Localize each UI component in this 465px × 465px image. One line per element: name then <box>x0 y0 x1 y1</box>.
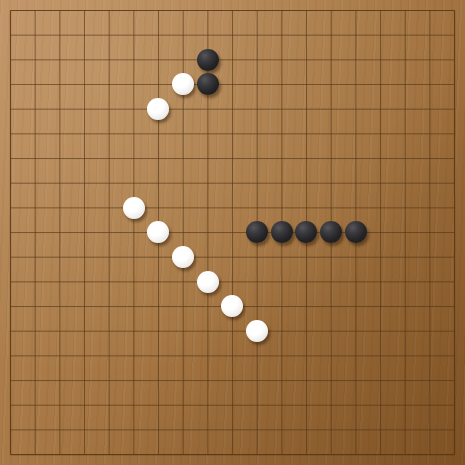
intersection[interactable] <box>171 294 196 319</box>
intersection[interactable] <box>294 0 319 23</box>
intersection[interactable] <box>417 146 442 171</box>
intersection[interactable] <box>220 417 245 442</box>
intersection[interactable] <box>417 343 442 368</box>
intersection[interactable] <box>417 97 442 122</box>
intersection[interactable] <box>294 269 319 294</box>
intersection[interactable] <box>220 195 245 220</box>
intersection[interactable] <box>368 417 393 442</box>
intersection[interactable] <box>23 319 48 344</box>
intersection[interactable] <box>121 220 146 245</box>
intersection[interactable] <box>146 220 171 245</box>
intersection[interactable] <box>0 0 23 23</box>
intersection[interactable] <box>417 171 442 196</box>
intersection[interactable] <box>343 23 368 48</box>
intersection[interactable] <box>442 442 465 465</box>
intersection[interactable] <box>0 368 23 393</box>
intersection[interactable] <box>171 319 196 344</box>
intersection[interactable] <box>121 195 146 220</box>
intersection[interactable] <box>47 195 72 220</box>
intersection[interactable] <box>121 171 146 196</box>
intersection[interactable] <box>23 393 48 418</box>
intersection[interactable] <box>0 245 23 270</box>
intersection[interactable] <box>146 343 171 368</box>
intersection[interactable] <box>195 146 220 171</box>
intersection[interactable] <box>319 269 344 294</box>
intersection[interactable] <box>47 393 72 418</box>
intersection[interactable] <box>442 319 465 344</box>
intersection[interactable] <box>269 47 294 72</box>
intersection[interactable] <box>72 23 97 48</box>
intersection[interactable] <box>195 97 220 122</box>
intersection[interactable] <box>343 269 368 294</box>
intersection[interactable] <box>121 23 146 48</box>
intersection[interactable] <box>393 97 418 122</box>
intersection[interactable] <box>195 417 220 442</box>
intersection[interactable] <box>171 220 196 245</box>
intersection[interactable] <box>442 393 465 418</box>
intersection[interactable] <box>368 72 393 97</box>
intersection[interactable] <box>0 195 23 220</box>
intersection[interactable] <box>294 72 319 97</box>
intersection[interactable] <box>417 319 442 344</box>
intersection[interactable] <box>269 417 294 442</box>
intersection[interactable] <box>0 72 23 97</box>
intersection[interactable] <box>146 0 171 23</box>
intersection[interactable] <box>97 319 122 344</box>
intersection[interactable] <box>294 417 319 442</box>
intersection[interactable] <box>121 442 146 465</box>
intersection[interactable] <box>269 245 294 270</box>
intersection[interactable] <box>171 0 196 23</box>
intersection[interactable] <box>417 417 442 442</box>
intersection[interactable] <box>121 417 146 442</box>
intersection[interactable] <box>220 269 245 294</box>
intersection[interactable] <box>319 245 344 270</box>
intersection[interactable] <box>393 269 418 294</box>
intersection[interactable] <box>171 171 196 196</box>
intersection[interactable] <box>220 47 245 72</box>
intersection[interactable] <box>442 72 465 97</box>
intersection[interactable] <box>97 195 122 220</box>
intersection[interactable] <box>269 72 294 97</box>
intersection[interactable] <box>343 195 368 220</box>
intersection[interactable] <box>368 97 393 122</box>
intersection[interactable] <box>23 417 48 442</box>
intersection[interactable] <box>47 220 72 245</box>
intersection[interactable] <box>393 442 418 465</box>
intersection[interactable] <box>442 269 465 294</box>
intersection[interactable] <box>245 269 270 294</box>
intersection[interactable] <box>146 319 171 344</box>
intersection[interactable] <box>220 442 245 465</box>
intersection[interactable] <box>294 294 319 319</box>
intersection[interactable] <box>343 97 368 122</box>
intersection[interactable] <box>319 319 344 344</box>
intersection[interactable] <box>97 368 122 393</box>
intersection[interactable] <box>47 442 72 465</box>
intersection[interactable] <box>72 121 97 146</box>
intersection[interactable] <box>47 97 72 122</box>
intersection[interactable] <box>368 393 393 418</box>
intersection[interactable] <box>319 442 344 465</box>
intersection[interactable] <box>72 245 97 270</box>
intersection[interactable] <box>146 97 171 122</box>
intersection[interactable] <box>23 97 48 122</box>
intersection[interactable] <box>294 393 319 418</box>
intersection[interactable] <box>0 47 23 72</box>
intersection[interactable] <box>195 47 220 72</box>
intersection[interactable] <box>417 442 442 465</box>
intersection[interactable] <box>220 23 245 48</box>
intersection[interactable] <box>72 294 97 319</box>
intersection[interactable] <box>146 417 171 442</box>
intersection[interactable] <box>417 0 442 23</box>
intersection[interactable] <box>368 319 393 344</box>
intersection[interactable] <box>47 72 72 97</box>
intersection[interactable] <box>319 343 344 368</box>
intersection[interactable] <box>121 97 146 122</box>
intersection[interactable] <box>0 393 23 418</box>
intersection[interactable] <box>368 146 393 171</box>
intersection[interactable] <box>294 121 319 146</box>
intersection[interactable] <box>269 343 294 368</box>
intersection[interactable] <box>319 47 344 72</box>
intersection[interactable] <box>294 47 319 72</box>
intersection[interactable] <box>47 319 72 344</box>
intersection[interactable] <box>368 294 393 319</box>
intersection[interactable] <box>146 171 171 196</box>
intersection[interactable] <box>97 417 122 442</box>
intersection[interactable] <box>97 171 122 196</box>
intersection[interactable] <box>343 393 368 418</box>
intersection[interactable] <box>294 146 319 171</box>
intersection[interactable] <box>195 121 220 146</box>
intersection[interactable] <box>245 343 270 368</box>
intersection[interactable] <box>343 220 368 245</box>
intersection[interactable] <box>171 368 196 393</box>
intersection[interactable] <box>171 146 196 171</box>
intersection[interactable] <box>245 245 270 270</box>
intersection[interactable] <box>97 121 122 146</box>
intersection[interactable] <box>97 442 122 465</box>
intersection[interactable] <box>319 294 344 319</box>
intersection[interactable] <box>171 121 196 146</box>
intersection[interactable] <box>72 368 97 393</box>
intersection[interactable] <box>72 269 97 294</box>
intersection[interactable] <box>319 393 344 418</box>
intersection[interactable] <box>121 0 146 23</box>
intersection[interactable] <box>23 0 48 23</box>
intersection[interactable] <box>245 146 270 171</box>
intersection[interactable] <box>171 393 196 418</box>
intersection[interactable] <box>171 195 196 220</box>
intersection[interactable] <box>417 47 442 72</box>
intersection[interactable] <box>220 245 245 270</box>
intersection[interactable] <box>294 23 319 48</box>
intersection[interactable] <box>368 245 393 270</box>
intersection[interactable] <box>97 393 122 418</box>
intersection[interactable] <box>23 47 48 72</box>
intersection[interactable] <box>368 368 393 393</box>
intersection[interactable] <box>23 121 48 146</box>
intersection[interactable] <box>319 195 344 220</box>
intersection[interactable] <box>220 368 245 393</box>
intersection[interactable] <box>195 269 220 294</box>
intersection[interactable] <box>294 245 319 270</box>
intersection[interactable] <box>23 220 48 245</box>
intersection[interactable] <box>171 343 196 368</box>
intersection[interactable] <box>319 72 344 97</box>
intersection[interactable] <box>245 294 270 319</box>
intersection[interactable] <box>0 121 23 146</box>
intersection[interactable] <box>171 269 196 294</box>
intersection[interactable] <box>343 171 368 196</box>
intersection[interactable] <box>245 171 270 196</box>
intersection[interactable] <box>343 146 368 171</box>
intersection[interactable] <box>442 294 465 319</box>
intersection[interactable] <box>294 343 319 368</box>
intersection[interactable] <box>393 319 418 344</box>
intersection[interactable] <box>393 220 418 245</box>
intersection[interactable] <box>319 121 344 146</box>
intersection[interactable] <box>121 319 146 344</box>
intersection[interactable] <box>97 343 122 368</box>
intersection[interactable] <box>245 442 270 465</box>
intersection[interactable] <box>121 72 146 97</box>
intersection[interactable] <box>23 269 48 294</box>
intersection[interactable] <box>269 319 294 344</box>
intersection[interactable] <box>72 319 97 344</box>
intersection[interactable] <box>343 442 368 465</box>
intersection[interactable] <box>0 294 23 319</box>
intersection[interactable] <box>146 72 171 97</box>
intersection[interactable] <box>343 245 368 270</box>
intersection[interactable] <box>195 0 220 23</box>
intersection[interactable] <box>393 393 418 418</box>
intersection[interactable] <box>23 294 48 319</box>
intersection[interactable] <box>195 171 220 196</box>
intersection[interactable] <box>72 47 97 72</box>
intersection[interactable] <box>269 220 294 245</box>
intersection[interactable] <box>269 171 294 196</box>
intersection[interactable] <box>195 343 220 368</box>
intersection[interactable] <box>0 269 23 294</box>
intersection[interactable] <box>343 319 368 344</box>
intersection[interactable] <box>417 368 442 393</box>
intersection[interactable] <box>343 47 368 72</box>
intersection[interactable] <box>97 0 122 23</box>
intersection[interactable] <box>0 442 23 465</box>
intersection[interactable] <box>269 294 294 319</box>
intersection[interactable] <box>47 245 72 270</box>
intersection[interactable] <box>269 23 294 48</box>
intersection[interactable] <box>0 23 23 48</box>
intersection[interactable] <box>269 393 294 418</box>
intersection[interactable] <box>368 47 393 72</box>
intersection[interactable] <box>23 195 48 220</box>
intersection[interactable] <box>146 121 171 146</box>
intersection[interactable] <box>319 23 344 48</box>
intersection[interactable] <box>417 294 442 319</box>
intersection[interactable] <box>368 0 393 23</box>
intersection[interactable] <box>195 220 220 245</box>
intersection[interactable] <box>220 121 245 146</box>
intersection[interactable] <box>442 417 465 442</box>
intersection[interactable] <box>121 294 146 319</box>
intersection[interactable] <box>442 0 465 23</box>
intersection[interactable] <box>47 417 72 442</box>
intersection[interactable] <box>146 195 171 220</box>
intersection[interactable] <box>47 47 72 72</box>
intersection[interactable] <box>121 245 146 270</box>
intersection[interactable] <box>47 146 72 171</box>
intersection[interactable] <box>319 171 344 196</box>
intersection[interactable] <box>294 442 319 465</box>
intersection[interactable] <box>393 245 418 270</box>
intersection[interactable] <box>195 195 220 220</box>
intersection[interactable] <box>47 343 72 368</box>
intersection[interactable] <box>442 23 465 48</box>
intersection[interactable] <box>442 195 465 220</box>
intersection[interactable] <box>146 146 171 171</box>
intersection[interactable] <box>97 245 122 270</box>
intersection[interactable] <box>121 47 146 72</box>
intersection[interactable] <box>393 195 418 220</box>
intersection[interactable] <box>23 72 48 97</box>
intersection[interactable] <box>294 368 319 393</box>
intersection[interactable] <box>23 171 48 196</box>
intersection[interactable] <box>220 72 245 97</box>
intersection[interactable] <box>97 146 122 171</box>
intersection[interactable] <box>195 294 220 319</box>
intersection[interactable] <box>442 245 465 270</box>
intersection[interactable] <box>417 23 442 48</box>
intersection[interactable] <box>23 368 48 393</box>
intersection[interactable] <box>121 393 146 418</box>
intersection[interactable] <box>245 220 270 245</box>
intersection[interactable] <box>442 220 465 245</box>
intersection[interactable] <box>171 245 196 270</box>
intersection[interactable] <box>171 72 196 97</box>
intersection[interactable] <box>195 319 220 344</box>
intersection[interactable] <box>146 47 171 72</box>
intersection[interactable] <box>368 23 393 48</box>
intersection[interactable] <box>319 97 344 122</box>
intersection[interactable] <box>269 442 294 465</box>
intersection[interactable] <box>368 121 393 146</box>
intersection[interactable] <box>23 442 48 465</box>
intersection[interactable] <box>269 121 294 146</box>
intersection[interactable] <box>47 171 72 196</box>
intersection[interactable] <box>0 343 23 368</box>
intersection[interactable] <box>245 417 270 442</box>
intersection[interactable] <box>121 343 146 368</box>
intersection[interactable] <box>368 343 393 368</box>
intersection[interactable] <box>47 23 72 48</box>
intersection[interactable] <box>343 368 368 393</box>
intersection[interactable] <box>23 146 48 171</box>
intersection[interactable] <box>442 343 465 368</box>
intersection[interactable] <box>72 171 97 196</box>
intersection[interactable] <box>245 47 270 72</box>
intersection[interactable] <box>72 195 97 220</box>
intersection[interactable] <box>294 97 319 122</box>
intersection[interactable] <box>47 0 72 23</box>
intersection[interactable] <box>0 146 23 171</box>
intersection[interactable] <box>146 393 171 418</box>
intersection[interactable] <box>442 121 465 146</box>
intersection[interactable] <box>343 417 368 442</box>
intersection[interactable] <box>195 245 220 270</box>
intersection[interactable] <box>442 146 465 171</box>
intersection[interactable] <box>23 23 48 48</box>
intersection[interactable] <box>245 0 270 23</box>
intersection[interactable] <box>245 97 270 122</box>
intersection[interactable] <box>393 72 418 97</box>
intersection[interactable] <box>72 417 97 442</box>
intersection[interactable] <box>0 171 23 196</box>
intersection[interactable] <box>294 319 319 344</box>
intersection[interactable] <box>121 269 146 294</box>
intersection[interactable] <box>121 368 146 393</box>
intersection[interactable] <box>245 23 270 48</box>
intersection[interactable] <box>220 220 245 245</box>
intersection[interactable] <box>319 220 344 245</box>
intersection[interactable] <box>23 245 48 270</box>
intersection[interactable] <box>220 171 245 196</box>
intersection[interactable] <box>146 442 171 465</box>
intersection[interactable] <box>393 294 418 319</box>
intersection[interactable] <box>72 220 97 245</box>
intersection[interactable] <box>171 23 196 48</box>
intersection[interactable] <box>171 417 196 442</box>
intersection[interactable] <box>417 121 442 146</box>
intersection[interactable] <box>195 72 220 97</box>
intersection[interactable] <box>442 97 465 122</box>
intersection[interactable] <box>97 47 122 72</box>
intersection[interactable] <box>294 195 319 220</box>
intersection[interactable] <box>417 195 442 220</box>
intersection[interactable] <box>121 121 146 146</box>
intersection[interactable] <box>195 23 220 48</box>
intersection[interactable] <box>343 0 368 23</box>
intersection[interactable] <box>294 220 319 245</box>
intersection[interactable] <box>393 0 418 23</box>
intersection[interactable] <box>294 171 319 196</box>
intersection[interactable] <box>319 146 344 171</box>
intersection[interactable] <box>0 417 23 442</box>
intersection[interactable] <box>72 97 97 122</box>
intersection[interactable] <box>269 0 294 23</box>
intersection[interactable] <box>23 343 48 368</box>
intersection[interactable] <box>47 368 72 393</box>
intersection[interactable] <box>0 220 23 245</box>
intersection[interactable] <box>393 171 418 196</box>
intersection[interactable] <box>146 269 171 294</box>
intersection[interactable] <box>417 72 442 97</box>
intersection[interactable] <box>269 146 294 171</box>
intersection[interactable] <box>72 72 97 97</box>
intersection[interactable] <box>97 269 122 294</box>
intersection[interactable] <box>393 47 418 72</box>
intersection[interactable] <box>220 319 245 344</box>
intersection[interactable] <box>245 368 270 393</box>
intersection[interactable] <box>220 97 245 122</box>
intersection[interactable] <box>47 294 72 319</box>
intersection[interactable] <box>319 368 344 393</box>
intersection[interactable] <box>97 220 122 245</box>
intersection[interactable] <box>442 47 465 72</box>
